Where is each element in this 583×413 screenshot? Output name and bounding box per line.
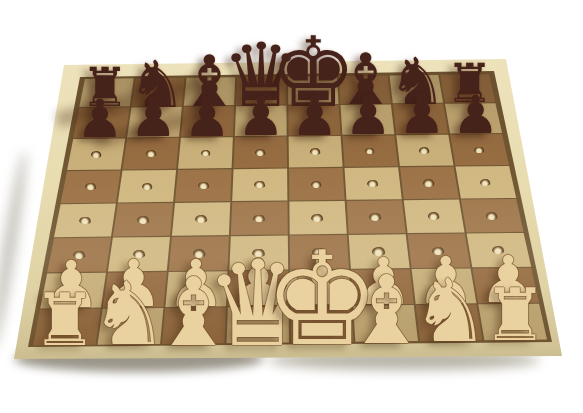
drill-hole <box>369 213 382 221</box>
drill-hole <box>255 149 266 156</box>
drill-hole <box>253 215 266 223</box>
drill-hole <box>310 148 321 155</box>
drill-hole <box>252 249 266 257</box>
drill-hole <box>91 151 102 158</box>
drill-hole <box>480 179 492 186</box>
drill-hole <box>146 150 157 157</box>
drill-hole <box>311 181 323 188</box>
drill-hole <box>198 182 210 189</box>
drill-hole <box>137 216 150 224</box>
drill-hole <box>367 180 379 187</box>
drill-hole <box>142 183 154 190</box>
drill-hole <box>486 212 499 220</box>
drill-hole <box>423 179 435 186</box>
drill-hole <box>195 215 208 223</box>
drill-hole <box>474 147 485 154</box>
drill-hole <box>432 247 446 255</box>
drill-hole <box>372 247 386 255</box>
drill-hole <box>79 217 92 225</box>
drill-hole <box>419 147 430 154</box>
drill-hole <box>311 214 324 222</box>
photo-stage: ♜♞♝♛♚♝♞♜♟♟♟♟♟♟♟♟♟♟♟♟♟♟♟♟♜♞♝♛♚♝♞♜ <box>0 0 583 413</box>
drill-hole <box>193 249 207 257</box>
